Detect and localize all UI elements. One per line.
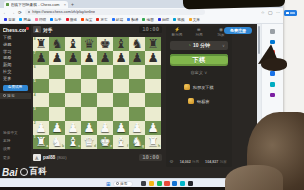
white-knight[interactable]: ♞ <box>129 135 145 149</box>
square-c7[interactable]: ♟ <box>65 51 81 65</box>
square-b3[interactable] <box>49 107 65 121</box>
edge-sidebar-icon[interactable] <box>270 71 275 76</box>
square-e1[interactable]: e♚ <box>97 135 113 149</box>
white-pawn[interactable]: ♟ <box>129 121 145 135</box>
bookmark-item[interactable]: 地图 <box>142 18 153 22</box>
tab-close-icon[interactable]: × <box>64 2 66 7</box>
rank-label: 3 <box>34 107 36 111</box>
sidebar-nav-item[interactable]: 新闻 <box>0 62 31 69</box>
taskbar-app-icon[interactable] <box>157 181 162 186</box>
taskbar-app-icon[interactable] <box>188 181 193 186</box>
opponent-name: 对手 <box>43 27 53 33</box>
browser-window: 在线下国际象棋 - Chess.com × + – □ × ← → ⟳ http… <box>0 0 283 179</box>
sidebar-nav-item[interactable]: 观看 <box>0 55 31 62</box>
square-h6[interactable] <box>145 65 161 79</box>
square-b8[interactable]: ♞ <box>49 37 65 51</box>
square-h8[interactable]: ♜ <box>145 37 161 51</box>
opponent-bar: ♟ 对手 10:00 <box>33 25 162 34</box>
lock-icon <box>28 11 31 14</box>
square-a5[interactable]: 5 <box>33 79 49 93</box>
square-c8[interactable]: ♝ <box>65 37 81 51</box>
chess-board[interactable]: 8♜♞♝♛♚♝♞♜7♟♟♟♟♟♟♟♟65432♟♟♟♟♟♟♟♟1a♜b♞c♝d♛… <box>33 37 161 149</box>
white-bishop[interactable]: ♝ <box>65 135 81 149</box>
browser-tab[interactable]: 在线下国际象棋 - Chess.com × <box>4 1 68 8</box>
url-text: https://www.chess.com/zh/play/online <box>32 10 95 14</box>
square-f5[interactable] <box>113 79 129 93</box>
panel-footer: ⚙ 14,062 对局 104,827 玩家 <box>166 157 232 167</box>
square-d2[interactable]: ♟ <box>81 121 97 135</box>
black-rook[interactable]: ♜ <box>33 37 49 51</box>
square-d1[interactable]: d♛ <box>81 135 97 149</box>
taskbar-app-icon[interactable] <box>164 181 169 186</box>
black-pawn[interactable]: ♟ <box>97 51 113 65</box>
edge-sidebar-icon[interactable] <box>270 93 275 98</box>
square-f3[interactable] <box>113 107 129 121</box>
square-f4[interactable] <box>113 93 129 107</box>
taskbar-app-icon[interactable] <box>149 181 154 186</box>
square-h2[interactable]: ♟ <box>145 121 161 135</box>
square-b7[interactable]: ♟ <box>49 51 65 65</box>
square-a1[interactable]: 1a♜ <box>33 135 49 149</box>
square-e4[interactable] <box>97 93 113 107</box>
bookmark-item[interactable]: 百度 <box>4 18 15 22</box>
time-control-label: 10 分钟 <box>193 42 210 48</box>
square-b6[interactable] <box>49 65 65 79</box>
square-d7[interactable]: ♟ <box>81 51 97 65</box>
sidebar-nav-item[interactable]: 谜题 <box>0 42 31 49</box>
bookmark-label: 京东 <box>100 18 107 22</box>
white-queen[interactable]: ♛ <box>81 135 97 149</box>
rank-label: 5 <box>34 79 36 83</box>
panel-tab-icon: ≣ <box>197 27 201 32</box>
sidebar-footer-link[interactable]: 更多 <box>3 155 18 160</box>
square-e7[interactable]: ♟ <box>97 51 113 65</box>
white-pawn[interactable]: ♟ <box>113 121 129 135</box>
panel-tab-icon: ⚡ <box>174 27 180 32</box>
square-h5[interactable] <box>145 79 161 93</box>
custom-game-link[interactable]: 自定义 ∨ <box>166 70 232 75</box>
white-pawn[interactable]: ♟ <box>65 121 81 135</box>
edge-sidebar-icon[interactable] <box>270 82 275 87</box>
edge-sidebar-icon[interactable] <box>270 29 275 34</box>
trial-button[interactable]: 免费试用 <box>3 85 28 91</box>
sidebar-nav-item[interactable]: 社交 <box>0 69 31 76</box>
bookmark-favicon-icon <box>189 18 192 21</box>
square-d4[interactable] <box>81 93 97 107</box>
player-avatar[interactable]: ♙ <box>33 154 41 162</box>
panel-option[interactable]: 锦标赛 <box>188 98 209 104</box>
bookmark-item[interactable]: 视频 <box>173 18 184 22</box>
square-e8[interactable]: ♚ <box>97 37 113 51</box>
square-h7[interactable]: ♟ <box>145 51 161 65</box>
black-pawn[interactable]: ♟ <box>145 51 161 65</box>
square-f6[interactable] <box>113 65 129 79</box>
sidebar-footer-link[interactable]: 支持 <box>3 138 18 143</box>
games-count: 14,062 <box>180 160 191 164</box>
bookmark-item[interactable]: 淘宝 <box>81 18 92 22</box>
square-g2[interactable]: ♟ <box>129 121 145 135</box>
black-bishop[interactable]: ♝ <box>65 37 81 51</box>
square-b5[interactable] <box>49 79 65 93</box>
profile-icon[interactable]: ◯ <box>268 10 272 15</box>
square-e3[interactable] <box>97 107 113 121</box>
square-g5[interactable] <box>129 79 145 93</box>
bookmark-label: 贴吧 <box>162 18 169 22</box>
bookmark-item[interactable]: 文库 <box>189 18 200 22</box>
white-knight[interactable]: ♞ <box>49 135 65 149</box>
panel-tab-label: 新对局 <box>172 33 183 37</box>
chesscom-logo[interactable]: Chess.com <box>3 27 26 33</box>
bookmark-label: 百度 <box>8 18 15 22</box>
bookmark-item[interactable]: 知乎 <box>50 18 61 22</box>
bookmark-label: 哔哩 <box>39 18 46 22</box>
bookmark-item[interactable]: 邮箱 <box>112 18 123 22</box>
panel-tab-label: 对局 <box>195 33 202 37</box>
forward-icon[interactable]: → <box>11 10 16 15</box>
player-bar: ♙ pal88 (800) 10:00 <box>33 153 162 162</box>
square-a6[interactable]: 6 <box>33 65 49 79</box>
bookmark-item[interactable]: 翻译 <box>127 18 138 22</box>
panel-tab-icon: ◉ <box>219 27 223 32</box>
sidebar-nav-item[interactable]: 下棋 <box>0 35 31 42</box>
bookmark-favicon-icon <box>173 18 176 21</box>
back-icon[interactable]: ← <box>3 10 8 15</box>
bookmark-favicon-icon <box>19 18 22 21</box>
taskbar-search-label: 搜索 <box>120 182 127 186</box>
square-b4[interactable] <box>49 93 65 107</box>
games-count-label: 对局 <box>192 160 199 164</box>
bookmark-label: 翻译 <box>131 18 138 22</box>
monitor-bezel <box>0 187 240 190</box>
panel-option-icon <box>188 98 194 104</box>
square-c2[interactable]: ♟ <box>65 121 81 135</box>
square-a3[interactable]: 3 <box>33 107 49 121</box>
bookmark-favicon-icon <box>112 18 115 21</box>
player-name: pal88 <box>43 155 55 160</box>
black-queen[interactable]: ♛ <box>81 37 97 51</box>
bookmark-label: 文库 <box>193 18 200 22</box>
site-sidebar: Chess.com 下棋 谜题 学习 观看 新闻 社交 更多 <box>0 24 31 179</box>
bookmark-favicon-icon <box>96 18 99 21</box>
square-f7[interactable]: ♟ <box>113 51 129 65</box>
browser-menu-icon[interactable]: ⋯ <box>276 10 280 15</box>
panel-option-label: 锦标赛 <box>197 99 210 104</box>
square-e5[interactable] <box>97 79 113 93</box>
white-bishop[interactable]: ♝ <box>113 135 129 149</box>
bookmark-item[interactable]: 哔哩 <box>35 18 46 22</box>
rank-label: 6 <box>34 65 36 69</box>
play-button[interactable]: 下棋 <box>170 54 228 66</box>
edge-sidebar-icon[interactable] <box>270 40 275 45</box>
new-tab-button[interactable]: + <box>71 1 74 8</box>
square-g4[interactable] <box>129 93 145 107</box>
bookmark-item[interactable]: 京东 <box>96 18 107 22</box>
square-a2[interactable]: 2♟ <box>33 121 49 135</box>
sidebar-search-label: 搜索 <box>7 93 15 98</box>
refresh-icon[interactable]: ⟳ <box>18 10 22 15</box>
start-button-icon[interactable]: ⊞ <box>106 181 111 187</box>
bookmark-label: 知乎 <box>54 18 61 22</box>
square-g1[interactable]: g♞ <box>129 135 145 149</box>
bookmark-item[interactable]: 微博 <box>66 18 77 22</box>
square-f8[interactable]: ♝ <box>113 37 129 51</box>
sidebar-nav-item[interactable]: 更多 <box>0 76 31 83</box>
square-c6[interactable] <box>65 65 81 79</box>
bookmark-item[interactable]: 贴吧 <box>158 18 169 22</box>
sidebar-nav-item[interactable]: 学习 <box>0 49 31 56</box>
white-pawn[interactable]: ♟ <box>145 121 161 135</box>
black-pawn[interactable]: ♟ <box>33 51 49 65</box>
square-d5[interactable] <box>81 79 97 93</box>
square-e2[interactable]: ♟ <box>97 121 113 135</box>
bookmark-favicon-icon <box>50 18 53 21</box>
chevron-down-icon: ∨ <box>222 43 225 48</box>
widget-bar-icon <box>290 12 295 14</box>
bookmark-favicon-icon <box>66 18 69 21</box>
square-c3[interactable] <box>65 107 81 121</box>
square-f1[interactable]: f♝ <box>113 135 129 149</box>
taskbar-app-icon[interactable] <box>172 181 177 186</box>
address-bar[interactable]: https://www.chess.com/zh/play/online <box>25 9 205 15</box>
black-king[interactable]: ♚ <box>97 37 113 51</box>
square-e6[interactable] <box>97 65 113 79</box>
black-pawn[interactable]: ♟ <box>49 51 65 65</box>
black-pawn[interactable]: ♟ <box>129 51 145 65</box>
bookmark-item[interactable]: 网盘 <box>19 18 30 22</box>
widget-glyph-icon <box>286 12 289 15</box>
square-a8[interactable]: 8♜ <box>33 37 49 51</box>
white-rook[interactable]: ♜ <box>33 135 49 149</box>
tab-title: 在线下国际象棋 - Chess.com <box>11 2 63 7</box>
white-pawn[interactable]: ♟ <box>33 121 49 135</box>
black-bishop[interactable]: ♝ <box>113 37 129 51</box>
panel-tab[interactable]: ≣ 对局 <box>188 27 210 39</box>
bookmark-label: 微博 <box>70 18 77 22</box>
bookmark-label: 地图 <box>147 18 154 22</box>
browser-toolbar: ← → ⟳ https://www.chess.com/zh/play/onli… <box>0 8 283 16</box>
bookmark-label: 网盘 <box>24 18 31 22</box>
panel-tab[interactable]: ⚡ 新对局 <box>166 27 188 39</box>
player-clock: 10:00 <box>139 154 162 162</box>
player-rating: (800) <box>57 155 67 160</box>
time-control-icon: ◔ <box>188 42 191 48</box>
bookmark-favicon-icon <box>81 18 84 21</box>
bookmark-label: 视频 <box>177 18 184 22</box>
time-control-dropdown[interactable]: ◔ 10 分钟 ∨ <box>170 41 228 51</box>
opponent-clock: 10:00 <box>139 26 162 34</box>
black-rook[interactable]: ♜ <box>145 37 161 51</box>
white-king[interactable]: ♚ <box>97 135 113 149</box>
rank-label: 4 <box>34 93 36 97</box>
search-icon <box>3 94 6 97</box>
tab-favicon-icon <box>6 3 9 6</box>
square-h4[interactable] <box>145 93 161 107</box>
search-icon <box>116 182 119 185</box>
favorite-star-icon[interactable]: ☆ <box>261 10 265 15</box>
watermark-brand: Bai <box>2 167 18 178</box>
watermark-suffix: 百科 <box>30 166 47 178</box>
gear-icon[interactable]: ⚙ <box>170 159 174 164</box>
signup-button[interactable]: 免费注册 <box>224 27 252 34</box>
desktop-widget-badge[interactable] <box>284 10 297 16</box>
bookmark-favicon-icon <box>127 18 130 21</box>
cat-fur <box>225 165 283 190</box>
panel-option-icon <box>184 84 190 90</box>
square-d6[interactable] <box>81 65 97 79</box>
square-f2[interactable]: ♟ <box>113 121 129 135</box>
square-g7[interactable]: ♟ <box>129 51 145 65</box>
chess-page: Chess.com 下棋 谜题 学习 观看 新闻 社交 更多 <box>0 24 261 179</box>
square-d8[interactable]: ♛ <box>81 37 97 51</box>
cat-head <box>261 58 287 71</box>
play-panel: ⚡ 新对局 ≣ 对局 ◉ 玩家 ◔ 10 分钟 ∨ <box>166 26 232 167</box>
panel-option[interactable]: 和朋友下棋 <box>184 84 213 90</box>
square-g3[interactable] <box>129 107 145 121</box>
bookmark-favicon-icon <box>4 18 7 21</box>
sidebar-footer-link[interactable]: 设置 <box>3 146 18 151</box>
taskbar-search[interactable]: 搜索 <box>113 181 133 187</box>
square-b2[interactable]: ♟ <box>49 121 65 135</box>
white-pawn[interactable]: ♟ <box>97 121 113 135</box>
square-h1[interactable]: h♜ <box>145 135 161 149</box>
square-d3[interactable] <box>81 107 97 121</box>
square-a7[interactable]: 7♟ <box>33 51 49 65</box>
black-pawn[interactable]: ♟ <box>81 51 97 65</box>
bookmark-favicon-icon <box>142 18 145 21</box>
black-knight[interactable]: ♞ <box>49 37 65 51</box>
black-pawn[interactable]: ♟ <box>113 51 129 65</box>
baike-watermark: Bai 百科 <box>2 166 47 178</box>
panel-tab-label: 玩家 <box>217 33 224 37</box>
white-pawn[interactable]: ♟ <box>81 121 97 135</box>
opponent-avatar[interactable]: ♟ <box>33 26 41 34</box>
sidebar-footer-link[interactable]: 简体中文 <box>3 130 18 135</box>
bookmark-favicon-icon <box>35 18 38 21</box>
square-g6[interactable] <box>129 65 145 79</box>
players-count: 104,827 <box>205 160 218 164</box>
square-c1[interactable]: c♝ <box>65 135 81 149</box>
square-b1[interactable]: b♞ <box>49 135 65 149</box>
square-h3[interactable] <box>145 107 161 121</box>
notification-dot <box>26 27 29 30</box>
square-g8[interactable]: ♞ <box>129 37 145 51</box>
bookmark-label: 淘宝 <box>85 18 92 22</box>
black-pawn[interactable]: ♟ <box>65 51 81 65</box>
square-a4[interactable]: 4 <box>33 93 49 107</box>
taskbar-app-icon[interactable] <box>141 181 146 186</box>
sidebar-search[interactable]: 搜索 <box>0 93 31 99</box>
bookmark-label: 邮箱 <box>116 18 123 22</box>
panel-option-label: 和朋友下棋 <box>193 85 214 90</box>
white-rook[interactable]: ♜ <box>145 135 161 149</box>
white-pawn[interactable]: ♟ <box>49 121 65 135</box>
black-knight[interactable]: ♞ <box>129 37 145 51</box>
watermark-logo-icon <box>20 168 28 176</box>
bookmark-favicon-icon <box>158 18 161 21</box>
taskbar-app-icon[interactable] <box>180 181 185 186</box>
scrollbar-thumb[interactable] <box>258 26 261 54</box>
players-count-label: 玩家 <box>220 160 227 164</box>
bookmarks-bar: 百度 网盘 哔哩 知乎 微博 淘宝 <box>0 16 283 24</box>
square-c5[interactable] <box>65 79 81 93</box>
square-c4[interactable] <box>65 93 81 107</box>
